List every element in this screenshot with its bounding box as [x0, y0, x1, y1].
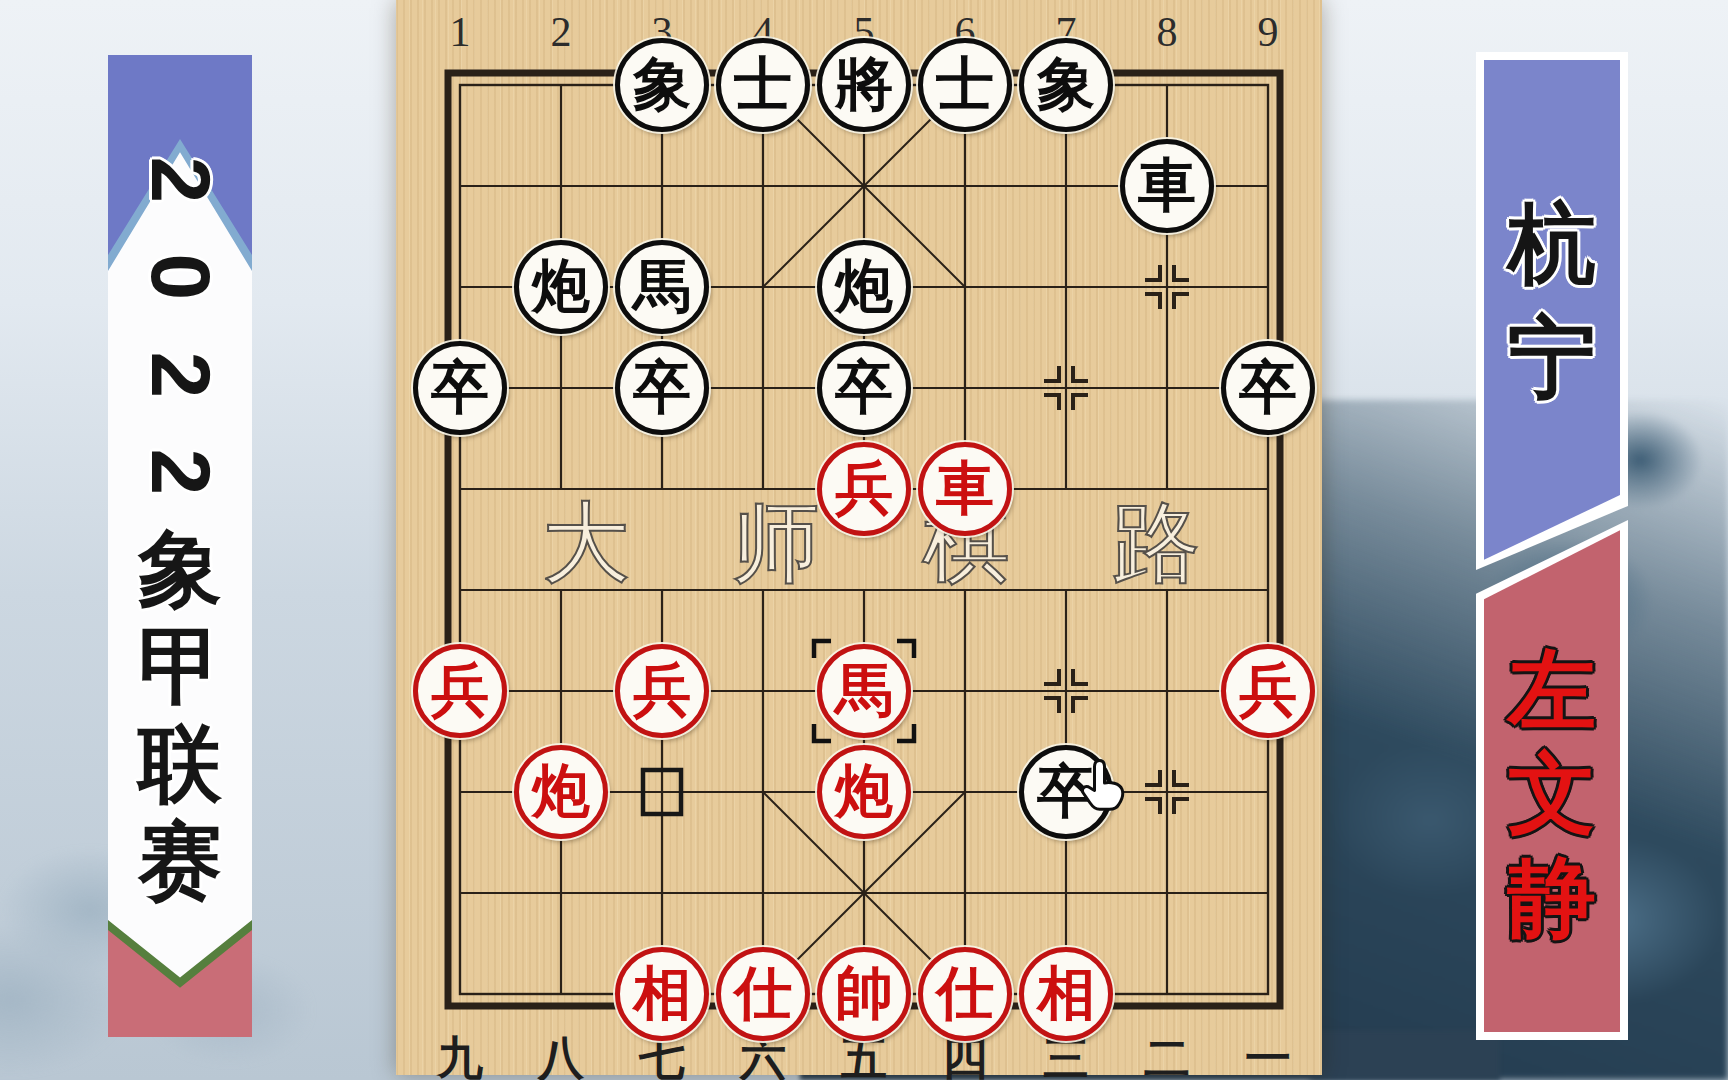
piece-卒[interactable]: 卒	[1221, 341, 1315, 435]
piece-兵[interactable]: 兵	[615, 644, 709, 738]
piece-馬[interactable]: 馬	[615, 240, 709, 334]
banner-char: 0	[140, 254, 220, 301]
piece-仕[interactable]: 仕	[716, 947, 810, 1041]
file-label: 8	[1132, 8, 1202, 56]
file-label: 2	[526, 8, 596, 56]
rank-label: 二	[1127, 1028, 1207, 1080]
banner-char: 甲	[138, 627, 222, 707]
banner-char: 2	[140, 449, 220, 496]
rank-label: 八	[521, 1028, 601, 1080]
player-banner-black: 杭宁	[1476, 52, 1628, 586]
screenshot-root: 大师棋路 123456789 九八七六五四三二一 象士將士象車炮馬炮卒卒卒卒卒兵…	[0, 0, 1728, 1080]
event-ribbon: 2022象甲联赛	[108, 55, 252, 1037]
piece-象[interactable]: 象	[615, 38, 709, 132]
piece-兵[interactable]: 兵	[1221, 644, 1315, 738]
piece-相[interactable]: 相	[615, 947, 709, 1041]
piece-炮[interactable]: 炮	[817, 240, 911, 334]
banner-char: 象	[138, 530, 222, 610]
banner-char: 2	[140, 351, 220, 398]
banner-char: 文	[1508, 750, 1596, 838]
piece-炮[interactable]: 炮	[514, 240, 608, 334]
rank-label: 一	[1228, 1028, 1308, 1080]
piece-將[interactable]: 將	[817, 38, 911, 132]
piece-士[interactable]: 士	[918, 38, 1012, 132]
piece-兵[interactable]: 兵	[817, 442, 911, 536]
piece-相[interactable]: 相	[1019, 947, 1113, 1041]
piece-車[interactable]: 車	[918, 442, 1012, 536]
banner-char: 宁	[1508, 314, 1596, 402]
piece-卒[interactable]: 卒	[615, 341, 709, 435]
banner-char: 左	[1508, 646, 1596, 734]
player-name-black: 杭宁	[1484, 60, 1620, 578]
banner-char: 静	[1508, 854, 1596, 942]
banner-char: 联	[138, 725, 222, 805]
player-banner-red: 左文静	[1476, 512, 1628, 1040]
piece-象[interactable]: 象	[1019, 38, 1113, 132]
piece-卒[interactable]: 卒	[413, 341, 507, 435]
piece-炮[interactable]: 炮	[817, 745, 911, 839]
player-name-red: 左文静	[1484, 520, 1620, 1032]
rank-label: 九	[420, 1028, 500, 1080]
piece-炮[interactable]: 炮	[514, 745, 608, 839]
piece-卒[interactable]: 卒	[1019, 745, 1113, 839]
piece-車[interactable]: 車	[1120, 139, 1214, 233]
banner-char: 2	[140, 157, 220, 204]
event-title: 2022象甲联赛	[108, 140, 252, 902]
piece-兵[interactable]: 兵	[413, 644, 507, 738]
file-label: 9	[1233, 8, 1303, 56]
piece-卒[interactable]: 卒	[817, 341, 911, 435]
piece-帥[interactable]: 帥	[817, 947, 911, 1041]
banner-char: 杭	[1508, 200, 1596, 288]
piece-馬[interactable]: 馬	[817, 644, 911, 738]
piece-仕[interactable]: 仕	[918, 947, 1012, 1041]
file-label: 1	[425, 8, 495, 56]
banner-char: 赛	[138, 822, 222, 902]
piece-士[interactable]: 士	[716, 38, 810, 132]
